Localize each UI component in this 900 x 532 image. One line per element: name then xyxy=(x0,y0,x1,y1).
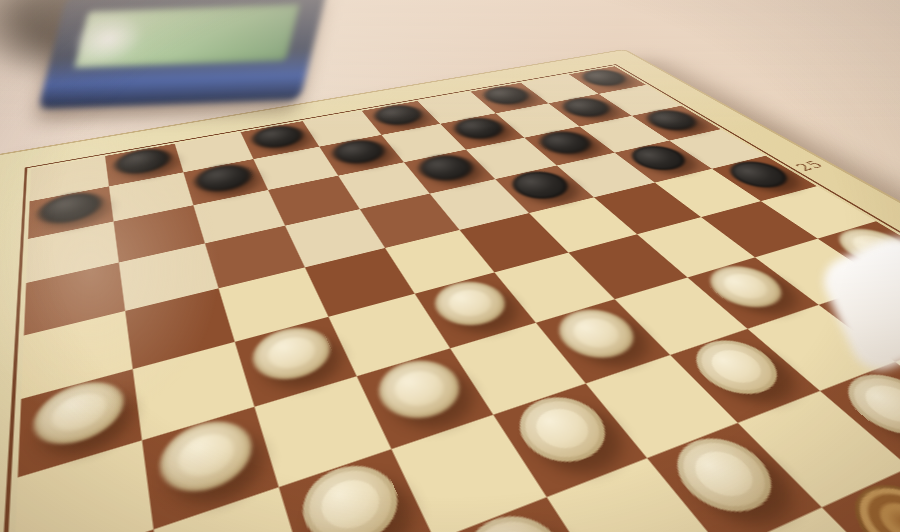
chess-clock xyxy=(38,0,328,109)
draughts-board: 4647484950253545 xyxy=(0,50,900,532)
photo-scene: 4647484950253545 xyxy=(0,0,900,532)
